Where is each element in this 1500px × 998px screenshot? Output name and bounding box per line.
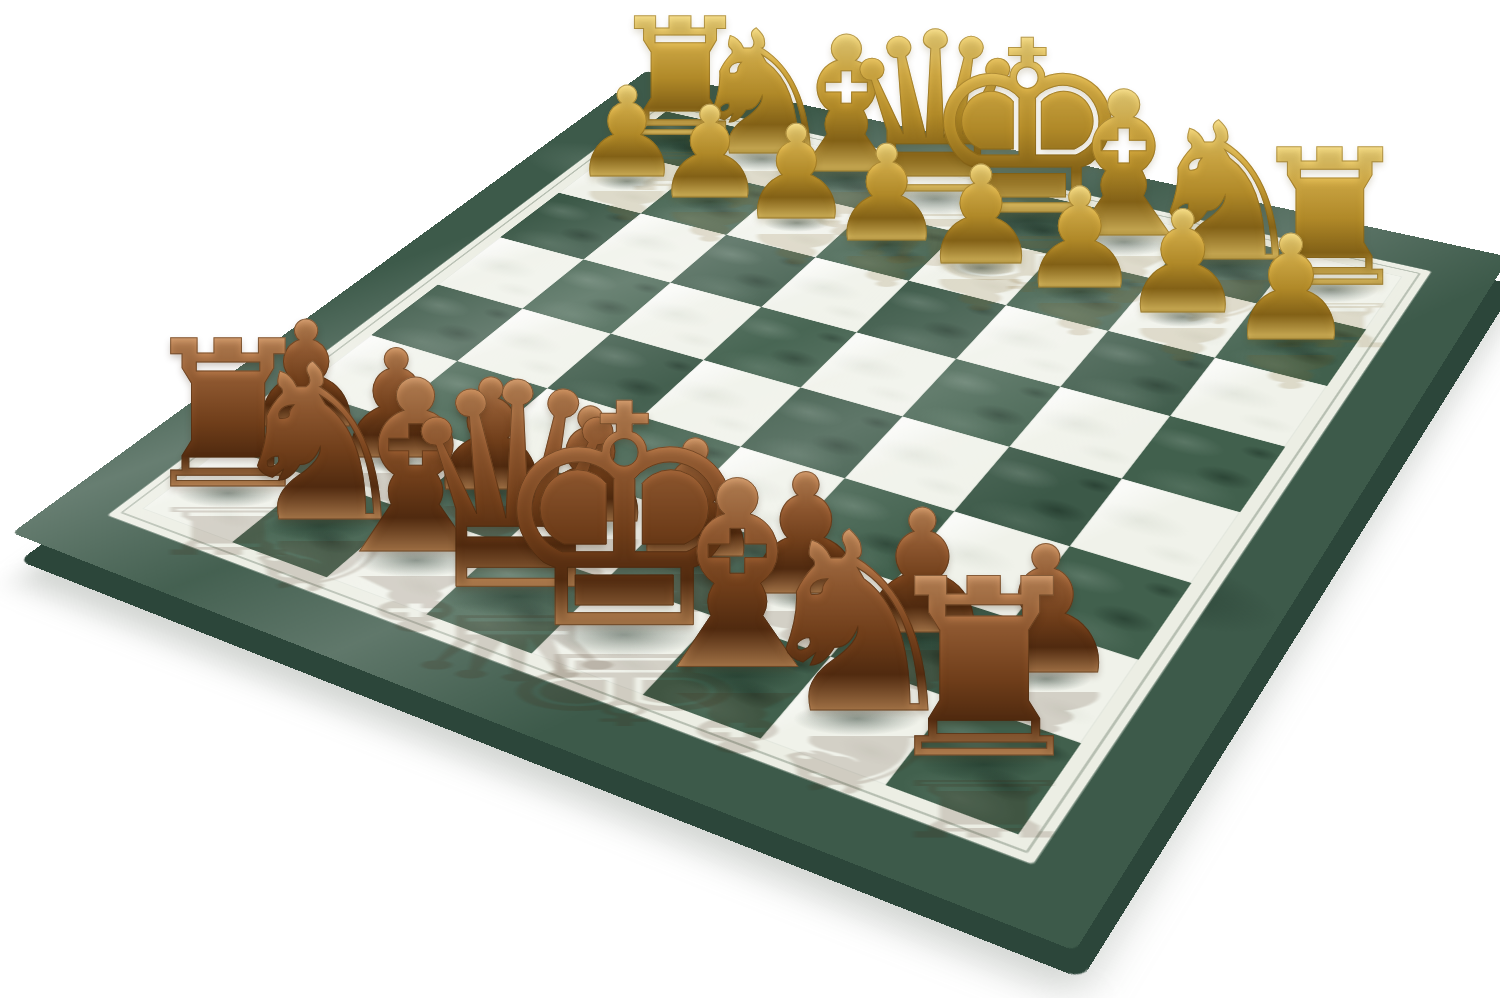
chess-piece-icon: ♟ <box>1226 216 1356 361</box>
pieces-layer: ♜♜♞♞♝♝♛♛♚♚♝♝♞♞♜♜♟♟♟♟♟♟♟♟♟♟♟♟♟♟♟♟♟♟♟♟♟♟♟♟… <box>0 0 1500 998</box>
chess-piece-icon: ♜ <box>874 547 1095 793</box>
chess-set-photo: ♜♜♞♞♝♝♛♛♚♚♝♝♞♞♜♜♟♟♟♟♟♟♟♟♟♟♟♟♟♟♟♟♟♟♟♟♟♟♟♟… <box>0 0 1500 998</box>
